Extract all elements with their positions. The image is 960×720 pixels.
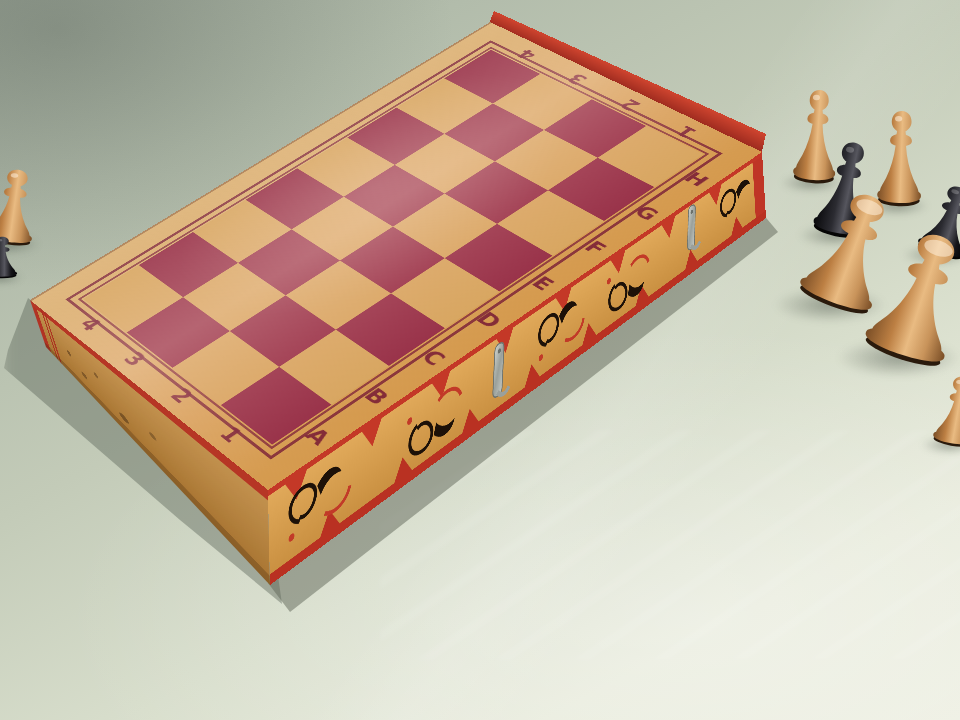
- file-label-g: G: [627, 201, 667, 225]
- rank-label-left-3: 3: [116, 346, 154, 372]
- table-surface: 44332211ABCDEFGH: [0, 0, 960, 720]
- file-label-h: H: [677, 168, 716, 191]
- black-pawn[interactable]: [0, 235, 20, 279]
- light-wood-pawn[interactable]: [928, 370, 960, 451]
- rank-label-left-4: 4: [72, 312, 109, 337]
